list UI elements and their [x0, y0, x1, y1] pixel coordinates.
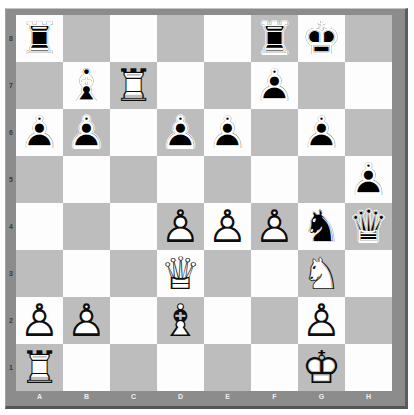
square-d2[interactable]: ♝♗	[157, 297, 204, 344]
square-c5[interactable]	[110, 156, 157, 203]
square-b8[interactable]	[63, 15, 110, 62]
square-g8[interactable]: ♚♔	[298, 15, 345, 62]
square-e7[interactable]	[204, 62, 251, 109]
piece-black-pawn[interactable]: ♟♙	[298, 109, 345, 156]
square-g7[interactable]	[298, 62, 345, 109]
piece-black-bishop[interactable]: ♝♗	[63, 62, 110, 109]
square-h2[interactable]	[345, 297, 392, 344]
square-b2[interactable]: ♟♙	[63, 297, 110, 344]
square-b5[interactable]	[63, 156, 110, 203]
chess-board-frame: 87654321 ♜♖♜♖♚♔♝♗♜♖♟♙♟♙♟♙♟♙♟♙♟♙♟♙♟♙♟♙♟♙♞…	[5, 8, 408, 409]
rook-glyph-fill: ♜	[110, 62, 157, 109]
pawn-glyph-outline: ♙	[204, 203, 251, 250]
square-d5[interactable]	[157, 156, 204, 203]
king-glyph-fill: ♚	[298, 15, 345, 62]
square-d4[interactable]: ♟♙	[157, 203, 204, 250]
piece-white-pawn[interactable]: ♟♙	[204, 203, 251, 250]
square-g4[interactable]: ♞♘	[298, 203, 345, 250]
knight-glyph-outline: ♘	[298, 203, 345, 250]
square-f2[interactable]	[251, 297, 298, 344]
square-g5[interactable]	[298, 156, 345, 203]
square-f1[interactable]	[251, 344, 298, 391]
file-label-f: F	[251, 391, 298, 406]
square-a7[interactable]	[16, 62, 63, 109]
square-b6[interactable]: ♟♙	[63, 109, 110, 156]
pawn-glyph-outline: ♙	[298, 297, 345, 344]
square-h5[interactable]: ♟♙	[345, 156, 392, 203]
rook-glyph-outline: ♖	[110, 62, 157, 109]
square-d1[interactable]	[157, 344, 204, 391]
file-label-h: H	[345, 391, 392, 406]
square-e8[interactable]	[204, 15, 251, 62]
rank-label-6: 6	[6, 109, 16, 156]
rook-glyph-outline: ♖	[16, 15, 63, 62]
pawn-glyph-fill: ♟	[251, 203, 298, 250]
king-glyph-outline: ♔	[298, 15, 345, 62]
piece-white-pawn[interactable]: ♟♙	[251, 203, 298, 250]
square-a2[interactable]: ♟♙	[16, 297, 63, 344]
knight-glyph-outline: ♘	[298, 250, 345, 297]
pawn-glyph-fill: ♟	[204, 203, 251, 250]
queen-glyph-outline: ♕	[345, 203, 392, 250]
square-g3[interactable]: ♞♘	[298, 250, 345, 297]
square-f5[interactable]	[251, 156, 298, 203]
square-d6[interactable]: ♟♙	[157, 109, 204, 156]
square-a4[interactable]	[16, 203, 63, 250]
pawn-glyph-fill: ♟	[204, 109, 251, 156]
square-c4[interactable]	[110, 203, 157, 250]
file-label-g: G	[298, 391, 345, 406]
pawn-glyph-outline: ♙	[157, 203, 204, 250]
chess-board: ♜♖♜♖♚♔♝♗♜♖♟♙♟♙♟♙♟♙♟♙♟♙♟♙♟♙♟♙♟♙♞♘♛♕♛♕♞♘♟♙…	[16, 15, 392, 391]
pawn-glyph-outline: ♙	[204, 109, 251, 156]
square-a8[interactable]: ♜♖	[16, 15, 63, 62]
pawn-glyph-outline: ♙	[251, 62, 298, 109]
square-a1[interactable]: ♜♖	[16, 344, 63, 391]
piece-white-pawn[interactable]: ♟♙	[16, 297, 63, 344]
square-c8[interactable]	[110, 15, 157, 62]
file-label-b: B	[63, 391, 110, 406]
pawn-glyph-fill: ♟	[251, 62, 298, 109]
piece-black-rook[interactable]: ♜♖	[251, 15, 298, 62]
square-a6[interactable]: ♟♙	[16, 109, 63, 156]
square-b7[interactable]: ♝♗	[63, 62, 110, 109]
piece-white-pawn[interactable]: ♟♙	[157, 203, 204, 250]
file-label-a: A	[16, 391, 63, 406]
rank-label-7: 7	[6, 62, 16, 109]
square-b3[interactable]	[63, 250, 110, 297]
piece-white-queen[interactable]: ♛♕	[157, 250, 204, 297]
square-d8[interactable]	[157, 15, 204, 62]
piece-black-pawn[interactable]: ♟♙	[251, 62, 298, 109]
rank-label-2: 2	[6, 297, 16, 344]
bishop-glyph-outline: ♗	[63, 62, 110, 109]
pawn-glyph-outline: ♙	[345, 156, 392, 203]
piece-white-pawn[interactable]: ♟♙	[298, 297, 345, 344]
square-c2[interactable]	[110, 297, 157, 344]
piece-black-pawn[interactable]: ♟♙	[345, 156, 392, 203]
pawn-glyph-outline: ♙	[63, 109, 110, 156]
square-a5[interactable]	[16, 156, 63, 203]
pawn-glyph-fill: ♟	[298, 297, 345, 344]
piece-black-queen[interactable]: ♛♕	[345, 203, 392, 250]
piece-white-knight[interactable]: ♞♘	[298, 250, 345, 297]
square-d7[interactable]	[157, 62, 204, 109]
piece-black-knight[interactable]: ♞♘	[298, 203, 345, 250]
pawn-glyph-fill: ♟	[157, 109, 204, 156]
pawn-glyph-fill: ♟	[63, 109, 110, 156]
square-f6[interactable]	[251, 109, 298, 156]
square-b1[interactable]	[63, 344, 110, 391]
square-f4[interactable]: ♟♙	[251, 203, 298, 250]
rook-glyph-fill: ♜	[16, 15, 63, 62]
square-h1[interactable]	[345, 344, 392, 391]
rank-label-1: 1	[6, 344, 16, 391]
knight-glyph-fill: ♞	[298, 203, 345, 250]
square-b4[interactable]	[63, 203, 110, 250]
square-c3[interactable]	[110, 250, 157, 297]
pawn-glyph-fill: ♟	[16, 109, 63, 156]
square-f8[interactable]: ♜♖	[251, 15, 298, 62]
file-label-c: C	[110, 391, 157, 406]
file-label-d: D	[157, 391, 204, 406]
piece-black-king[interactable]: ♚♔	[298, 15, 345, 62]
square-g1[interactable]: ♚♔	[298, 344, 345, 391]
rank-label-4: 4	[6, 203, 16, 250]
square-c1[interactable]	[110, 344, 157, 391]
square-a3[interactable]	[16, 250, 63, 297]
square-g6[interactable]: ♟♙	[298, 109, 345, 156]
square-e5[interactable]	[204, 156, 251, 203]
piece-black-pawn[interactable]: ♟♙	[157, 109, 204, 156]
pawn-glyph-outline: ♙	[157, 109, 204, 156]
pawn-glyph-outline: ♙	[63, 297, 110, 344]
square-e3[interactable]	[204, 250, 251, 297]
king-glyph-outline: ♔	[298, 344, 345, 391]
pawn-glyph-fill: ♟	[63, 297, 110, 344]
piece-white-bishop[interactable]: ♝♗	[157, 297, 204, 344]
king-glyph-fill: ♚	[298, 344, 345, 391]
pawn-glyph-fill: ♟	[298, 109, 345, 156]
square-f3[interactable]	[251, 250, 298, 297]
pawn-glyph-fill: ♟	[16, 297, 63, 344]
queen-glyph-outline: ♕	[157, 250, 204, 297]
rank-labels: 87654321	[6, 15, 16, 391]
file-label-e: E	[204, 391, 251, 406]
file-labels: ABCDEFGH	[16, 391, 392, 406]
piece-white-king[interactable]: ♚♔	[298, 344, 345, 391]
square-e6[interactable]: ♟♙	[204, 109, 251, 156]
rank-label-5: 5	[6, 156, 16, 203]
pawn-glyph-outline: ♙	[16, 109, 63, 156]
rank-label-8: 8	[6, 15, 16, 62]
square-h6[interactable]	[345, 109, 392, 156]
rank-label-3: 3	[6, 250, 16, 297]
square-e4[interactable]: ♟♙	[204, 203, 251, 250]
pawn-glyph-fill: ♟	[345, 156, 392, 203]
pawn-glyph-outline: ♙	[16, 297, 63, 344]
rook-glyph-outline: ♖	[251, 15, 298, 62]
square-c6[interactable]	[110, 109, 157, 156]
piece-white-rook[interactable]: ♜♖	[110, 62, 157, 109]
piece-white-rook[interactable]: ♜♖	[16, 344, 63, 391]
knight-glyph-fill: ♞	[298, 250, 345, 297]
square-h3[interactable]	[345, 250, 392, 297]
square-d3[interactable]: ♛♕	[157, 250, 204, 297]
square-e2[interactable]	[204, 297, 251, 344]
queen-glyph-fill: ♛	[345, 203, 392, 250]
square-h8[interactable]	[345, 15, 392, 62]
piece-black-pawn[interactable]: ♟♙	[204, 109, 251, 156]
square-h7[interactable]	[345, 62, 392, 109]
square-e1[interactable]	[204, 344, 251, 391]
rook-glyph-fill: ♜	[16, 344, 63, 391]
piece-black-rook[interactable]: ♜♖	[16, 15, 63, 62]
square-h4[interactable]: ♛♕	[345, 203, 392, 250]
bishop-glyph-fill: ♝	[157, 297, 204, 344]
pawn-glyph-outline: ♙	[251, 203, 298, 250]
piece-white-pawn[interactable]: ♟♙	[63, 297, 110, 344]
bishop-glyph-outline: ♗	[157, 297, 204, 344]
pawn-glyph-outline: ♙	[298, 109, 345, 156]
square-g2[interactable]: ♟♙	[298, 297, 345, 344]
square-c7[interactable]: ♜♖	[110, 62, 157, 109]
rook-glyph-fill: ♜	[251, 15, 298, 62]
bishop-glyph-fill: ♝	[63, 62, 110, 109]
rook-glyph-outline: ♖	[16, 344, 63, 391]
piece-black-pawn[interactable]: ♟♙	[16, 109, 63, 156]
queen-glyph-fill: ♛	[157, 250, 204, 297]
square-f7[interactable]: ♟♙	[251, 62, 298, 109]
piece-black-pawn[interactable]: ♟♙	[63, 109, 110, 156]
pawn-glyph-fill: ♟	[157, 203, 204, 250]
